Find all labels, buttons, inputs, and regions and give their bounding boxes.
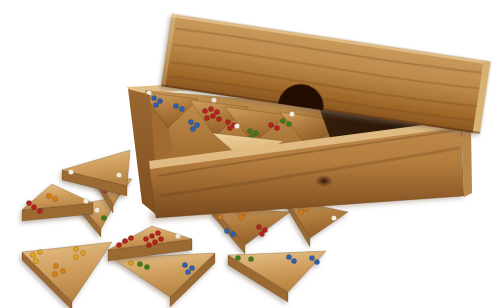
pip-red — [143, 236, 148, 241]
tile-front-5 — [22, 242, 112, 308]
pip-yellow — [73, 254, 78, 259]
pip-yellow — [37, 249, 42, 254]
pip-blue — [182, 262, 187, 267]
pip-red — [37, 208, 42, 213]
pip-yellow — [30, 252, 35, 257]
pip-blue — [314, 259, 319, 264]
pip-orange — [46, 193, 51, 198]
pip-yellow — [33, 258, 38, 263]
pip-yellow — [80, 250, 85, 255]
pip-green — [144, 264, 149, 269]
pip-red — [128, 235, 133, 240]
pip-red — [116, 242, 121, 247]
pip-green — [248, 256, 253, 261]
pip-blue — [224, 228, 229, 233]
pip-yellow — [73, 246, 78, 251]
pip-green — [137, 261, 142, 266]
triominos-product-photo — [0, 0, 500, 308]
pip-red — [259, 231, 264, 236]
pip-red — [31, 204, 36, 209]
pip-blue — [286, 254, 291, 259]
pip-orange — [52, 271, 57, 276]
pip-red — [146, 242, 151, 247]
pip-red — [155, 230, 160, 235]
pip-white — [331, 215, 336, 220]
pip-green — [101, 215, 106, 220]
pip-green — [235, 255, 240, 260]
pip-red — [122, 238, 127, 243]
pip-blue — [189, 265, 194, 270]
pip-red — [152, 239, 157, 244]
pip-white — [116, 172, 121, 177]
pip-red — [26, 200, 31, 205]
tile-front-6 — [112, 253, 215, 307]
pip-white — [68, 169, 73, 174]
pip-yellow — [128, 260, 133, 265]
pip-white — [94, 207, 99, 212]
pip-blue — [291, 258, 296, 263]
pip-red — [149, 233, 154, 238]
pip-orange — [52, 196, 57, 201]
pip-blue — [230, 231, 235, 236]
tile-front-8 — [228, 251, 326, 302]
scene-svg — [0, 0, 500, 308]
pip-blue — [309, 255, 314, 260]
pip-white — [175, 233, 180, 238]
pip-white — [83, 198, 88, 203]
tile-front-4 — [62, 150, 130, 196]
pip-orange — [60, 268, 65, 273]
pip-red — [158, 236, 163, 241]
pip-orange — [53, 263, 58, 268]
pip-blue — [185, 269, 190, 274]
pip-red — [256, 224, 261, 229]
pip-orange — [238, 214, 243, 219]
wood-knot — [315, 175, 333, 187]
tile-front-2 — [22, 184, 93, 221]
